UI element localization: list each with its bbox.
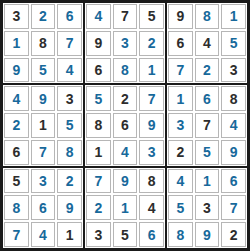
cell-r7c3[interactable]: 2: [57, 169, 82, 194]
cell-r3c4[interactable]: 6: [86, 58, 111, 83]
cell-r4c5[interactable]: 2: [113, 86, 138, 111]
box-1-1: 326187954: [2, 2, 84, 84]
cell-r2c7[interactable]: 6: [168, 31, 193, 56]
cell-r4c7[interactable]: 1: [168, 86, 193, 111]
cell-r2c9[interactable]: 5: [221, 31, 246, 56]
cell-r9c1[interactable]: 7: [4, 222, 29, 247]
cell-r1c8[interactable]: 8: [195, 4, 220, 29]
cell-r3c3[interactable]: 4: [57, 58, 82, 83]
cell-r8c9[interactable]: 7: [221, 195, 246, 220]
cell-r5c4[interactable]: 8: [86, 113, 111, 138]
sudoku-board: 3261879544759326819816457234932156785278…: [0, 0, 250, 251]
cell-r4c3[interactable]: 3: [57, 86, 82, 111]
cell-r9c7[interactable]: 8: [168, 222, 193, 247]
cell-r2c4[interactable]: 9: [86, 31, 111, 56]
cell-r5c8[interactable]: 7: [195, 113, 220, 138]
cell-r4c8[interactable]: 6: [195, 86, 220, 111]
cell-r6c9[interactable]: 9: [221, 140, 246, 165]
cell-r6c6[interactable]: 3: [139, 140, 164, 165]
cell-r2c6[interactable]: 2: [139, 31, 164, 56]
cell-r8c8[interactable]: 3: [195, 195, 220, 220]
cell-r1c3[interactable]: 6: [57, 4, 82, 29]
cell-r6c7[interactable]: 2: [168, 140, 193, 165]
cell-r3c9[interactable]: 3: [221, 58, 246, 83]
cell-r8c7[interactable]: 5: [168, 195, 193, 220]
cell-r4c9[interactable]: 8: [221, 86, 246, 111]
cell-r8c1[interactable]: 8: [4, 195, 29, 220]
cell-r3c7[interactable]: 7: [168, 58, 193, 83]
cell-r9c4[interactable]: 3: [86, 222, 111, 247]
cell-r3c8[interactable]: 2: [195, 58, 220, 83]
cell-r9c8[interactable]: 9: [195, 222, 220, 247]
cell-r8c2[interactable]: 6: [31, 195, 56, 220]
cell-r1c4[interactable]: 4: [86, 4, 111, 29]
cell-r7c7[interactable]: 4: [168, 169, 193, 194]
cell-r1c1[interactable]: 3: [4, 4, 29, 29]
cell-r3c2[interactable]: 5: [31, 58, 56, 83]
cell-r2c3[interactable]: 7: [57, 31, 82, 56]
cell-r7c6[interactable]: 8: [139, 169, 164, 194]
cell-r3c1[interactable]: 9: [4, 58, 29, 83]
cell-r3c6[interactable]: 1: [139, 58, 164, 83]
cell-r6c3[interactable]: 8: [57, 140, 82, 165]
cell-r1c2[interactable]: 2: [31, 4, 56, 29]
cell-r5c2[interactable]: 1: [31, 113, 56, 138]
cell-r2c1[interactable]: 1: [4, 31, 29, 56]
box-3-1: 532869741: [2, 167, 84, 249]
cell-r6c2[interactable]: 7: [31, 140, 56, 165]
box-1-3: 981645723: [166, 2, 248, 84]
cell-r4c6[interactable]: 7: [139, 86, 164, 111]
cell-r7c1[interactable]: 5: [4, 169, 29, 194]
cell-r3c5[interactable]: 8: [113, 58, 138, 83]
cell-r6c4[interactable]: 1: [86, 140, 111, 165]
cell-r4c1[interactable]: 4: [4, 86, 29, 111]
cell-r1c6[interactable]: 5: [139, 4, 164, 29]
box-2-2: 527869143: [84, 84, 166, 166]
cell-r5c9[interactable]: 4: [221, 113, 246, 138]
cell-r2c2[interactable]: 8: [31, 31, 56, 56]
box-3-2: 798214356: [84, 167, 166, 249]
cell-r2c5[interactable]: 3: [113, 31, 138, 56]
cell-r7c2[interactable]: 3: [31, 169, 56, 194]
cell-r9c5[interactable]: 5: [113, 222, 138, 247]
cell-r8c6[interactable]: 4: [139, 195, 164, 220]
cell-r5c6[interactable]: 9: [139, 113, 164, 138]
cell-r7c9[interactable]: 6: [221, 169, 246, 194]
box-1-2: 475932681: [84, 2, 166, 84]
cell-r5c5[interactable]: 6: [113, 113, 138, 138]
cell-r5c1[interactable]: 2: [4, 113, 29, 138]
cell-r1c7[interactable]: 9: [168, 4, 193, 29]
cell-r6c5[interactable]: 4: [113, 140, 138, 165]
cell-r5c7[interactable]: 3: [168, 113, 193, 138]
cell-r9c6[interactable]: 6: [139, 222, 164, 247]
cell-r1c9[interactable]: 1: [221, 4, 246, 29]
cell-r6c1[interactable]: 6: [4, 140, 29, 165]
cell-r4c4[interactable]: 5: [86, 86, 111, 111]
cell-r8c3[interactable]: 9: [57, 195, 82, 220]
cell-r6c8[interactable]: 5: [195, 140, 220, 165]
cell-r7c8[interactable]: 1: [195, 169, 220, 194]
cell-r8c5[interactable]: 1: [113, 195, 138, 220]
cell-r4c2[interactable]: 9: [31, 86, 56, 111]
cell-r7c5[interactable]: 9: [113, 169, 138, 194]
cell-r7c4[interactable]: 7: [86, 169, 111, 194]
cell-r9c3[interactable]: 1: [57, 222, 82, 247]
cell-r8c4[interactable]: 2: [86, 195, 111, 220]
box-2-1: 493215678: [2, 84, 84, 166]
box-2-3: 168374259: [166, 84, 248, 166]
cell-r2c8[interactable]: 4: [195, 31, 220, 56]
box-3-3: 416537892: [166, 167, 248, 249]
cell-r5c3[interactable]: 5: [57, 113, 82, 138]
cell-r9c2[interactable]: 4: [31, 222, 56, 247]
cell-r9c9[interactable]: 2: [221, 222, 246, 247]
cell-r1c5[interactable]: 7: [113, 4, 138, 29]
